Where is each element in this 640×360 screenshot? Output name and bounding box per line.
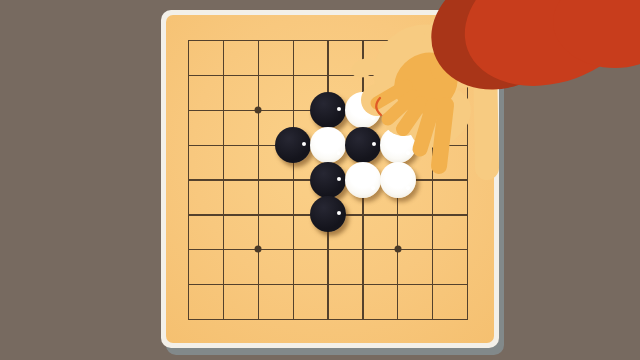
black-stone <box>275 127 311 163</box>
star-point <box>255 106 262 113</box>
black-stone <box>310 162 346 198</box>
white-stone <box>345 162 381 198</box>
black-stone <box>310 92 346 128</box>
scene <box>0 0 640 360</box>
star-point <box>255 246 262 253</box>
star-point <box>394 246 401 253</box>
black-stone <box>345 127 381 163</box>
white-stone <box>310 127 346 163</box>
white-stone <box>380 162 416 198</box>
white-stone <box>380 127 416 163</box>
star-point <box>394 106 401 113</box>
placed-white-stone <box>345 92 381 128</box>
go-board <box>161 10 499 348</box>
black-stone <box>310 196 346 232</box>
